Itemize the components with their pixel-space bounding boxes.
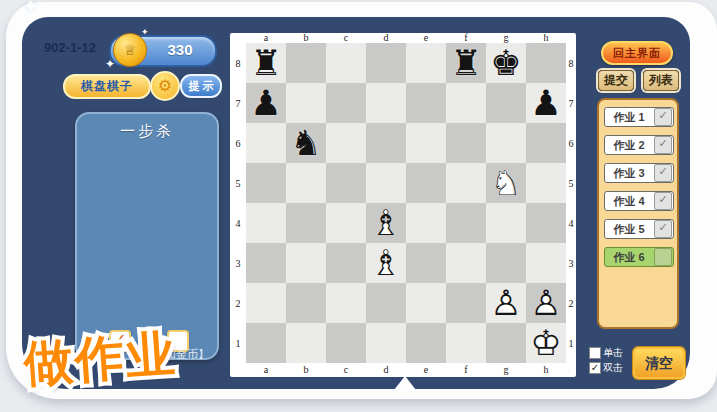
rank-label: 6 [230,123,246,163]
square-h5[interactable] [526,163,566,203]
board-notch [394,376,416,390]
file-label: e [406,32,446,43]
square-g6[interactable] [486,123,526,163]
square-a6[interactable] [246,123,286,163]
square-d5[interactable] [366,163,406,203]
files-top: abcdefgh [246,32,566,43]
piece-outline: ♙ [486,283,526,323]
rank-label: 5 [566,163,576,203]
rank-label: 7 [230,83,246,123]
square-c4[interactable] [326,203,366,243]
square-f4[interactable] [446,203,486,243]
single-click-checkbox[interactable] [589,347,601,359]
square-h1[interactable]: ♚♔ [526,323,566,363]
file-label: d [366,32,406,43]
white-pawn[interactable]: ♟♙ [526,283,566,323]
file-label: d [366,363,406,376]
black-king[interactable]: ♚ [486,43,526,83]
square-h7[interactable]: ♟ [526,83,566,123]
board-pieces-button[interactable]: 棋盘棋子 [63,74,151,99]
square-g7[interactable] [486,83,526,123]
square-c8[interactable] [326,43,366,83]
square-d1[interactable] [366,323,406,363]
square-a7[interactable]: ♟ [246,83,286,123]
coin-badge[interactable]: ♕ 330 ✦ ✦ [109,35,217,67]
app-logo-text: 做作业 [22,321,179,398]
square-h8[interactable] [526,43,566,83]
rank-label: 2 [566,283,576,323]
homework-item-label: 作业 4 [605,194,653,209]
piece-outline: ♗ [366,243,406,283]
square-d8[interactable] [366,43,406,83]
square-a8[interactable]: ♜ [246,43,286,83]
check-icon: ✓ [654,220,672,238]
rank-label: 8 [230,43,246,83]
rank-label: 1 [566,323,576,363]
coin-count: 330 [151,41,209,58]
homework-item-label: 作业 1 [605,110,653,125]
piece-outline: ♗ [366,203,406,243]
square-d7[interactable] [366,83,406,123]
square-g4[interactable] [486,203,526,243]
white-pawn[interactable]: ♟♙ [486,283,526,323]
file-label: a [246,363,286,376]
check-icon: ✓ [654,164,672,182]
board-grid: ♜♜♚♟♟♞♞♘♝♗♝♗♟♙♟♙♚♔ [246,43,566,363]
settings-button[interactable]: ⚙ [150,71,180,101]
file-label: c [326,32,366,43]
square-f6[interactable] [446,123,486,163]
piece-outline: ♘ [486,163,526,203]
hint-button[interactable]: 提 示 [180,74,222,98]
rank-label: 3 [566,243,576,283]
black-rook[interactable]: ♜ [246,43,286,83]
piece-outline: ♔ [526,323,566,363]
square-b1[interactable] [286,323,326,363]
click-option-row: 单击 [589,346,623,360]
square-e7[interactable] [406,83,446,123]
square-f8[interactable]: ♜ [446,43,486,83]
square-c2[interactable] [326,283,366,323]
files-bottom: abcdefgh [246,363,566,376]
square-d6[interactable] [366,123,406,163]
homework-item-label: 作业 2 [605,138,653,153]
square-f3[interactable] [446,243,486,283]
rank-label: 8 [566,43,576,83]
gear-icon: ⚙ [158,78,172,94]
click-option-label: 双击 [603,361,623,375]
square-b4[interactable] [286,203,326,243]
rank-label: 4 [566,203,576,243]
check-icon: ✓ [654,136,672,154]
square-d3[interactable]: ♝♗ [366,243,406,283]
square-g8[interactable]: ♚ [486,43,526,83]
square-e6[interactable] [406,123,446,163]
rank-label: 3 [230,243,246,283]
square-b8[interactable] [286,43,326,83]
square-h3[interactable] [526,243,566,283]
square-b7[interactable] [286,83,326,123]
file-label: b [286,32,326,43]
clear-button[interactable]: 清空 [633,347,685,379]
white-bishop[interactable]: ♝♗ [366,203,406,243]
square-e2[interactable] [406,283,446,323]
homework-item-label: 作业 5 [605,222,653,237]
sparkle-icon: ✦ [22,0,39,18]
square-e8[interactable] [406,43,446,83]
file-label: f [446,363,486,376]
homework-item-1[interactable]: 作业 1✓ [604,107,674,127]
file-label: g [486,363,526,376]
file-label: h [526,32,566,43]
square-c5[interactable] [326,163,366,203]
square-e3[interactable] [406,243,446,283]
file-label: f [446,32,486,43]
square-b3[interactable] [286,243,326,283]
square-f7[interactable] [446,83,486,123]
square-h6[interactable] [526,123,566,163]
square-c7[interactable] [326,83,366,123]
file-label: c [326,363,366,376]
rank-label: 7 [566,83,576,123]
square-f1[interactable] [446,323,486,363]
black-pawn[interactable]: ♟ [526,83,566,123]
homework-item-label: 作业 6 [605,250,653,265]
submit-button[interactable]: 提交 [598,70,634,91]
check-icon: ✓ [654,108,672,126]
square-a2[interactable] [246,283,286,323]
homework-item-6[interactable]: 作业 6 [604,247,674,267]
file-label: b [286,363,326,376]
homework-item-label: 作业 3 [605,166,653,181]
square-g2[interactable]: ♟♙ [486,283,526,323]
coin-icon: ♕ [113,33,147,67]
square-g3[interactable] [486,243,526,283]
homework-item-5[interactable]: 作业 5✓ [604,219,674,239]
list-button[interactable]: 列表 [643,70,679,91]
black-pawn[interactable]: ♟ [246,83,286,123]
black-knight[interactable]: ♞ [286,123,326,163]
sparkle-icon: ✦ [141,27,149,37]
click-option-row: ✓双击 [589,361,623,375]
homework-list: 作业 1✓作业 2✓作业 3✓作业 4✓作业 5✓作业 6 [597,98,679,329]
homework-item-4[interactable]: 作业 4✓ [604,191,674,211]
square-e4[interactable] [406,203,446,243]
square-b6[interactable]: ♞ [286,123,326,163]
file-label: e [406,363,446,376]
square-e1[interactable] [406,323,446,363]
square-f2[interactable] [446,283,486,323]
chess-board: abcdefgh abcdefgh 87654321 87654321 ♜♜♚♟… [230,33,576,377]
rank-label: 4 [230,203,246,243]
rank-label: 5 [230,163,246,203]
square-g5[interactable]: ♞♘ [486,163,526,203]
homework-item-3[interactable]: 作业 3✓ [604,163,674,183]
square-a4[interactable] [246,203,286,243]
ranks-left: 87654321 [230,43,246,363]
square-e5[interactable] [406,163,446,203]
file-label: g [486,32,526,43]
square-b5[interactable] [286,163,326,203]
square-d4[interactable]: ♝♗ [366,203,406,243]
homework-item-2[interactable]: 作业 2✓ [604,135,674,155]
square-a3[interactable] [246,243,286,283]
square-b2[interactable] [286,283,326,323]
square-g1[interactable] [486,323,526,363]
square-c6[interactable] [326,123,366,163]
session-id: 902-1-12 [44,40,96,55]
square-d2[interactable] [366,283,406,323]
home-button[interactable]: 回主界面 [601,41,673,65]
check-slot [654,248,672,266]
ranks-right: 87654321 [566,43,576,363]
piece-outline: ♙ [526,283,566,323]
square-c1[interactable] [326,323,366,363]
square-a5[interactable] [246,163,286,203]
square-h2[interactable]: ♟♙ [526,283,566,323]
click-options: 单击✓双击 [589,346,623,376]
app-window: ✦ 902-1-12 ♕ 330 ✦ ✦ 棋盘棋子 ⚙ 提 示 一步杀 ✓ 加金… [0,0,717,412]
square-a1[interactable] [246,323,286,363]
white-knight[interactable]: ♞♘ [486,163,526,203]
click-option-label: 单击 [603,346,623,360]
square-f5[interactable] [446,163,486,203]
rank-label: 6 [566,123,576,163]
file-label: a [246,32,286,43]
white-bishop[interactable]: ♝♗ [366,243,406,283]
square-c3[interactable] [326,243,366,283]
sparkle-icon: ✦ [105,57,115,71]
white-king[interactable]: ♚♔ [526,323,566,363]
square-h4[interactable] [526,203,566,243]
file-label: h [526,363,566,376]
double-click-checkbox[interactable]: ✓ [589,362,601,374]
check-icon: ✓ [654,192,672,210]
black-rook[interactable]: ♜ [446,43,486,83]
puzzle-title: 一步杀 [77,122,217,141]
